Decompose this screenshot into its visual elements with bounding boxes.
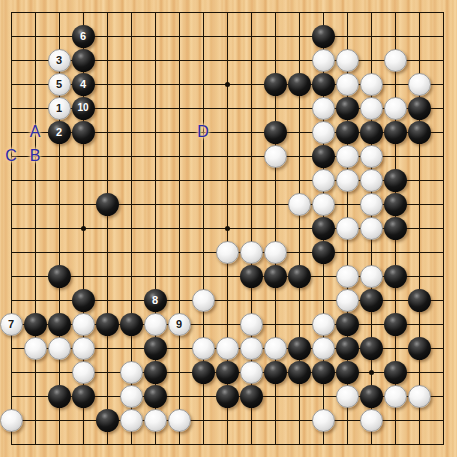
black-stone[interactable]: [288, 361, 311, 384]
black-stone[interactable]: [240, 385, 263, 408]
white-stone[interactable]: [24, 337, 47, 360]
white-stone[interactable]: [144, 313, 167, 336]
white-stone[interactable]: [336, 217, 359, 240]
black-stone[interactable]: [144, 289, 167, 312]
black-stone[interactable]: [288, 265, 311, 288]
black-stone[interactable]: [48, 265, 71, 288]
black-stone[interactable]: [408, 289, 431, 312]
black-stone[interactable]: [72, 49, 95, 72]
black-stone[interactable]: [384, 169, 407, 192]
white-stone[interactable]: [0, 313, 23, 336]
black-stone[interactable]: [48, 313, 71, 336]
black-stone[interactable]: [336, 313, 359, 336]
white-stone[interactable]: [336, 49, 359, 72]
star-point: [225, 82, 230, 87]
star-point: [369, 370, 374, 375]
white-stone[interactable]: [408, 73, 431, 96]
white-stone[interactable]: [360, 217, 383, 240]
black-stone[interactable]: [264, 73, 287, 96]
grid-line-vertical: [443, 12, 444, 445]
white-stone[interactable]: [240, 313, 263, 336]
black-stone[interactable]: [408, 121, 431, 144]
white-stone[interactable]: [312, 337, 335, 360]
black-stone[interactable]: [288, 337, 311, 360]
black-stone[interactable]: [360, 289, 383, 312]
black-stone[interactable]: [336, 337, 359, 360]
black-stone[interactable]: [312, 145, 335, 168]
white-stone[interactable]: [264, 145, 287, 168]
white-stone[interactable]: [144, 409, 167, 432]
black-stone[interactable]: [384, 265, 407, 288]
black-stone[interactable]: [144, 385, 167, 408]
black-stone[interactable]: [96, 409, 119, 432]
white-stone[interactable]: [288, 193, 311, 216]
black-stone[interactable]: [384, 361, 407, 384]
black-stone[interactable]: [336, 121, 359, 144]
black-stone[interactable]: [312, 217, 335, 240]
white-stone[interactable]: [384, 97, 407, 120]
white-stone[interactable]: [360, 73, 383, 96]
white-stone[interactable]: [384, 385, 407, 408]
white-stone[interactable]: [48, 73, 71, 96]
white-stone[interactable]: [336, 385, 359, 408]
black-stone[interactable]: [264, 121, 287, 144]
white-stone[interactable]: [336, 73, 359, 96]
white-stone[interactable]: [360, 193, 383, 216]
white-stone[interactable]: [360, 169, 383, 192]
black-stone[interactable]: [96, 313, 119, 336]
go-board[interactable]: 12345678910ABCD: [0, 0, 457, 457]
white-stone[interactable]: [72, 337, 95, 360]
black-stone[interactable]: [72, 385, 95, 408]
white-stone[interactable]: [72, 313, 95, 336]
white-stone[interactable]: [312, 97, 335, 120]
grid-line-horizontal: [11, 444, 444, 445]
black-stone[interactable]: [336, 97, 359, 120]
white-stone[interactable]: [240, 241, 263, 264]
white-stone[interactable]: [336, 265, 359, 288]
white-stone[interactable]: [168, 313, 191, 336]
black-stone[interactable]: [120, 313, 143, 336]
white-stone[interactable]: [312, 169, 335, 192]
black-stone[interactable]: [360, 337, 383, 360]
white-stone[interactable]: [0, 409, 23, 432]
black-stone[interactable]: [264, 265, 287, 288]
black-stone[interactable]: [216, 385, 239, 408]
black-stone[interactable]: [72, 121, 95, 144]
white-stone[interactable]: [240, 361, 263, 384]
black-stone[interactable]: [288, 73, 311, 96]
white-stone[interactable]: [312, 121, 335, 144]
black-stone[interactable]: [384, 217, 407, 240]
white-stone[interactable]: [168, 409, 191, 432]
white-stone[interactable]: [120, 361, 143, 384]
white-stone[interactable]: [216, 337, 239, 360]
white-stone[interactable]: [312, 193, 335, 216]
black-stone[interactable]: [96, 193, 119, 216]
white-stone[interactable]: [336, 145, 359, 168]
star-point: [225, 226, 230, 231]
white-stone[interactable]: [240, 337, 263, 360]
white-stone[interactable]: [48, 337, 71, 360]
black-stone[interactable]: [312, 361, 335, 384]
star-point: [81, 226, 86, 231]
white-stone[interactable]: [408, 385, 431, 408]
black-stone[interactable]: [240, 265, 263, 288]
white-stone[interactable]: [312, 313, 335, 336]
black-stone[interactable]: [192, 361, 215, 384]
white-stone[interactable]: [216, 241, 239, 264]
black-stone[interactable]: [264, 361, 287, 384]
white-stone[interactable]: [192, 289, 215, 312]
black-stone[interactable]: [312, 73, 335, 96]
black-stone[interactable]: [408, 97, 431, 120]
white-stone[interactable]: [192, 337, 215, 360]
black-stone[interactable]: [144, 337, 167, 360]
black-stone[interactable]: [312, 241, 335, 264]
black-stone[interactable]: [360, 121, 383, 144]
black-stone[interactable]: [408, 337, 431, 360]
white-stone[interactable]: [360, 265, 383, 288]
point-label-D: D: [197, 123, 209, 141]
white-stone[interactable]: [360, 97, 383, 120]
black-stone[interactable]: [72, 25, 95, 48]
white-stone[interactable]: [120, 385, 143, 408]
black-stone[interactable]: [384, 313, 407, 336]
black-stone[interactable]: [312, 25, 335, 48]
point-label-C: C: [5, 147, 17, 165]
black-stone[interactable]: [144, 361, 167, 384]
white-stone[interactable]: [264, 337, 287, 360]
black-stone[interactable]: [384, 121, 407, 144]
black-stone[interactable]: [48, 121, 71, 144]
white-stone[interactable]: [312, 49, 335, 72]
white-stone[interactable]: [384, 49, 407, 72]
black-stone[interactable]: [384, 193, 407, 216]
white-stone[interactable]: [264, 241, 287, 264]
black-stone[interactable]: [24, 313, 47, 336]
black-stone[interactable]: [336, 361, 359, 384]
white-stone[interactable]: [120, 409, 143, 432]
white-stone[interactable]: [72, 361, 95, 384]
black-stone[interactable]: [48, 385, 71, 408]
white-stone[interactable]: [360, 409, 383, 432]
black-stone[interactable]: [72, 73, 95, 96]
black-stone[interactable]: [72, 289, 95, 312]
white-stone[interactable]: [336, 289, 359, 312]
black-stone[interactable]: [72, 97, 95, 120]
white-stone[interactable]: [360, 145, 383, 168]
black-stone[interactable]: [360, 385, 383, 408]
white-stone[interactable]: [312, 409, 335, 432]
white-stone[interactable]: [336, 169, 359, 192]
black-stone[interactable]: [216, 361, 239, 384]
white-stone[interactable]: [48, 49, 71, 72]
point-label-A: A: [30, 123, 41, 141]
point-label-B: B: [30, 147, 41, 165]
white-stone[interactable]: [48, 97, 71, 120]
